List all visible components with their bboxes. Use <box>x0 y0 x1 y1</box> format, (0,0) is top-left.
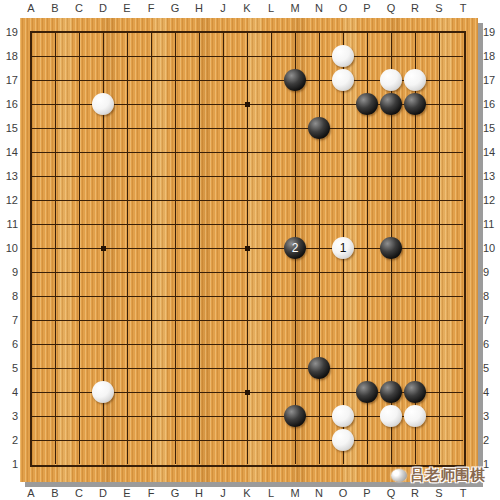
move-label-2-stone-black-M10: 2 <box>284 237 306 259</box>
stone-white-O18 <box>332 45 354 67</box>
coord-left-9: 9 <box>1 265 18 279</box>
grid-line-h-7 <box>31 320 463 321</box>
coord-top-C: C <box>71 1 87 15</box>
coord-left-15: 15 <box>1 121 18 135</box>
coord-right-3: 3 <box>483 409 500 423</box>
coord-left-14: 14 <box>1 145 18 159</box>
coord-top-B: B <box>47 1 63 15</box>
coord-right-19: 19 <box>483 25 500 39</box>
stone-white-O3 <box>332 405 354 427</box>
coord-left-13: 13 <box>1 169 18 183</box>
stone-black-M17 <box>284 69 306 91</box>
coord-right-5: 5 <box>483 361 500 375</box>
coord-bottom-D: D <box>95 486 111 500</box>
coord-left-3: 3 <box>1 409 18 423</box>
coord-top-F: F <box>143 1 159 15</box>
stone-black-P16 <box>356 93 378 115</box>
coord-bottom-H: H <box>191 486 207 500</box>
coord-right-10: 10 <box>483 241 500 255</box>
coord-top-G: G <box>167 1 183 15</box>
coord-bottom-S: S <box>431 486 447 500</box>
grid-line-v-S <box>439 32 440 464</box>
grid-line-h-8 <box>31 296 463 297</box>
coord-right-2: 2 <box>483 433 500 447</box>
stone-white-D4 <box>92 381 114 403</box>
coord-right-11: 11 <box>483 217 500 231</box>
coord-top-E: E <box>119 1 135 15</box>
stone-white-D16 <box>92 93 114 115</box>
coord-bottom-F: F <box>143 486 159 500</box>
stone-black-R4 <box>404 381 426 403</box>
coord-bottom-L: L <box>263 486 279 500</box>
grid-line-h-5 <box>31 368 463 369</box>
star-point-K4 <box>245 390 250 395</box>
grid-line-h-2 <box>31 440 463 441</box>
coord-right-14: 14 <box>483 145 500 159</box>
stone-white-Q17 <box>380 69 402 91</box>
coord-top-S: S <box>431 1 447 15</box>
coord-bottom-K: K <box>239 486 255 500</box>
coord-bottom-N: N <box>311 486 327 500</box>
coord-bottom-E: E <box>119 486 135 500</box>
coord-right-9: 9 <box>483 265 500 279</box>
star-point-K16 <box>245 102 250 107</box>
coord-left-16: 16 <box>1 97 18 111</box>
coord-left-17: 17 <box>1 73 18 87</box>
go-board: 21 <box>20 18 478 482</box>
coord-left-19: 19 <box>1 25 18 39</box>
coord-bottom-J: J <box>215 486 231 500</box>
stone-black-N5 <box>308 357 330 379</box>
coord-left-11: 11 <box>1 217 18 231</box>
coord-left-2: 2 <box>1 433 18 447</box>
coord-top-L: L <box>263 1 279 15</box>
coord-right-17: 17 <box>483 73 500 87</box>
coord-right-8: 8 <box>483 289 500 303</box>
coord-top-N: N <box>311 1 327 15</box>
watermark-logo-icon <box>391 469 407 482</box>
coord-right-15: 15 <box>483 121 500 135</box>
coord-bottom-Q: Q <box>383 486 399 500</box>
coord-left-7: 7 <box>1 313 18 327</box>
coord-top-O: O <box>335 1 351 15</box>
coord-bottom-A: A <box>23 486 39 500</box>
coord-left-4: 4 <box>1 385 18 399</box>
coord-top-Q: Q <box>383 1 399 15</box>
coord-left-8: 8 <box>1 289 18 303</box>
coord-top-P: P <box>359 1 375 15</box>
coord-left-1: 1 <box>1 457 18 471</box>
coord-right-6: 6 <box>483 337 500 351</box>
coord-left-18: 18 <box>1 49 18 63</box>
coord-bottom-R: R <box>407 486 423 500</box>
stone-black-R16 <box>404 93 426 115</box>
coord-right-7: 7 <box>483 313 500 327</box>
coord-top-M: M <box>287 1 303 15</box>
coord-bottom-M: M <box>287 486 303 500</box>
coord-bottom-T: T <box>455 486 471 500</box>
coord-top-H: H <box>191 1 207 15</box>
coord-top-A: A <box>23 1 39 15</box>
coord-right-1: 1 <box>483 457 500 471</box>
grid-line-h-9 <box>31 272 463 273</box>
watermark-text: 吕老师围棋 <box>410 466 485 485</box>
stone-black-M3 <box>284 405 306 427</box>
grid-line-v-N <box>319 32 320 464</box>
coord-bottom-G: G <box>167 486 183 500</box>
coord-top-K: K <box>239 1 255 15</box>
coord-right-16: 16 <box>483 97 500 111</box>
move-label-1-stone-white-O10: 1 <box>332 237 354 259</box>
stone-black-N15 <box>308 117 330 139</box>
stone-black-Q16 <box>380 93 402 115</box>
watermark: 吕老师围棋 <box>391 465 485 485</box>
coord-left-5: 5 <box>1 361 18 375</box>
grid-line-h-6 <box>31 344 463 345</box>
coord-left-10: 10 <box>1 241 18 255</box>
stone-white-Q3 <box>380 405 402 427</box>
coord-bottom-C: C <box>71 486 87 500</box>
coord-top-T: T <box>455 1 471 15</box>
coord-left-12: 12 <box>1 193 18 207</box>
coord-top-R: R <box>407 1 423 15</box>
coord-top-D: D <box>95 1 111 15</box>
grid-line-v-L <box>271 32 272 464</box>
page: 21 吕老师围棋 AABBCCDDEEFFGGHHJJKKLLMMNNOOPPQ… <box>0 0 500 500</box>
coord-right-12: 12 <box>483 193 500 207</box>
coord-right-4: 4 <box>483 385 500 399</box>
coord-bottom-P: P <box>359 486 375 500</box>
stone-black-P4 <box>356 381 378 403</box>
stone-white-O2 <box>332 429 354 451</box>
stone-black-Q10 <box>380 237 402 259</box>
stone-white-O17 <box>332 69 354 91</box>
coord-bottom-B: B <box>47 486 63 500</box>
star-point-K10 <box>245 246 250 251</box>
coord-bottom-O: O <box>335 486 351 500</box>
stone-black-Q4 <box>380 381 402 403</box>
stone-white-R3 <box>404 405 426 427</box>
star-point-D10 <box>101 246 106 251</box>
stone-white-R17 <box>404 69 426 91</box>
coord-left-6: 6 <box>1 337 18 351</box>
coord-right-18: 18 <box>483 49 500 63</box>
coord-right-13: 13 <box>483 169 500 183</box>
coord-top-J: J <box>215 1 231 15</box>
